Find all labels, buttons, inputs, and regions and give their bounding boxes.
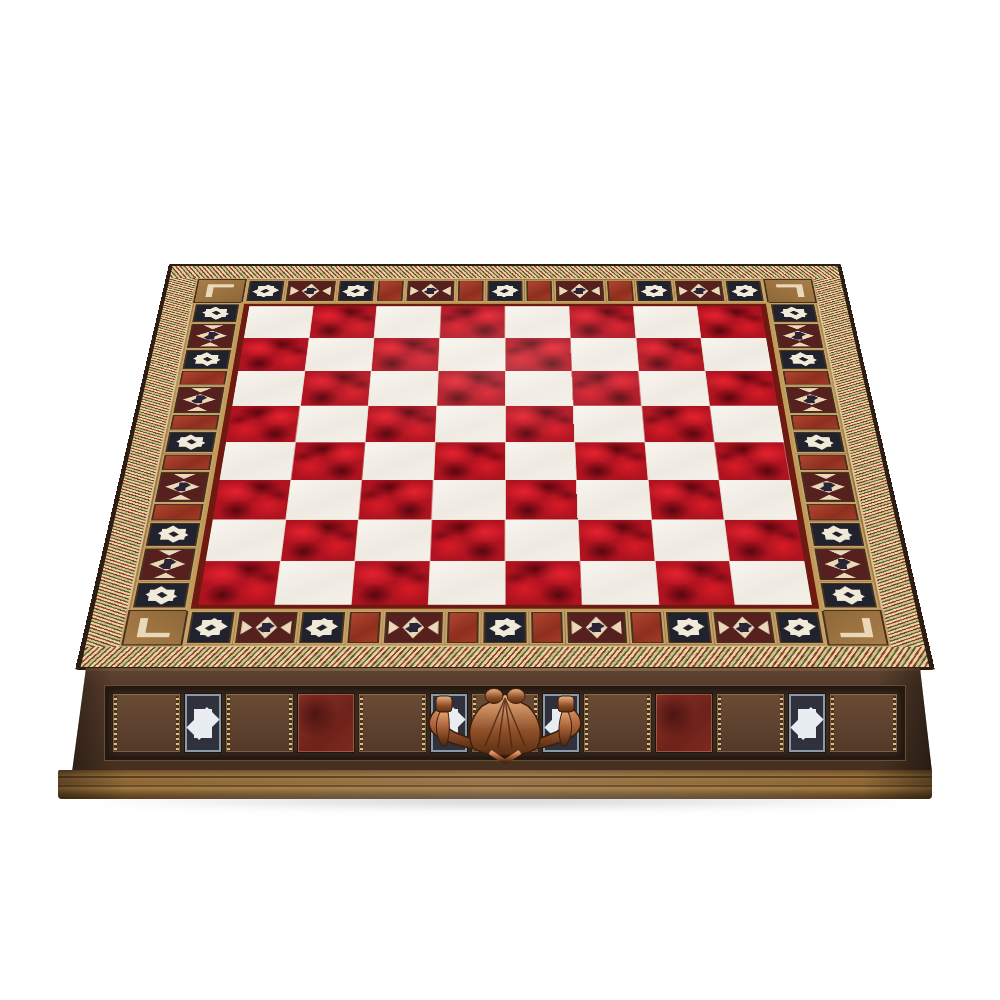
drawer-panel-star [184, 693, 222, 753]
board-square-f1 [580, 561, 658, 604]
star-motif [636, 281, 673, 302]
drawer-panel-wood [112, 693, 181, 753]
board-square-b7 [305, 338, 374, 371]
drawer-panel-wood [716, 693, 785, 753]
star-motif [246, 281, 284, 302]
board-square-f6 [572, 371, 641, 405]
board-square-c2 [356, 520, 432, 561]
handle-knob [507, 689, 525, 704]
red-motif [447, 612, 479, 643]
board-square-e8 [505, 306, 570, 337]
board-square-f2 [579, 520, 655, 561]
handle-post [436, 696, 452, 712]
corner-motif [121, 610, 188, 646]
star-motif [483, 612, 526, 643]
board-square-a4 [220, 442, 295, 479]
board-square-d4 [434, 442, 505, 479]
red-motif [170, 415, 220, 430]
red-motif [531, 612, 563, 643]
handle-side-drop [436, 712, 449, 746]
diamond-motif [674, 281, 724, 302]
diamond-motif [801, 472, 855, 501]
board-square-a5 [226, 406, 300, 442]
board-square-h8 [697, 306, 766, 337]
board-square-b5 [296, 406, 368, 442]
board-square-a1 [198, 561, 279, 604]
red-motif [607, 281, 634, 302]
star-motif [165, 432, 216, 452]
board-square-a3 [213, 480, 290, 519]
corner-motif [193, 279, 247, 303]
board-square-f7 [571, 338, 638, 371]
board-square-h3 [720, 480, 797, 519]
board-square-d8 [440, 306, 505, 337]
star-motif [665, 612, 711, 643]
board-square-g2 [652, 520, 730, 561]
board-square-d3 [432, 480, 504, 519]
drawer-panel-red [655, 693, 713, 753]
drop-shadow [95, 793, 905, 809]
board-square-c8 [375, 306, 441, 337]
corner-motif [821, 610, 888, 646]
board-square-c3 [359, 480, 433, 519]
star-motif [810, 523, 864, 546]
handle-post [558, 696, 574, 712]
star-motif [771, 304, 818, 321]
board-square-g7 [636, 338, 705, 371]
board-square-f4 [575, 442, 647, 479]
red-motif [791, 415, 841, 430]
board-square-e4 [505, 442, 576, 479]
board-square-e6 [505, 371, 572, 405]
board-square-h2 [725, 520, 804, 561]
product-photo-chessboard-box [0, 0, 1000, 1000]
drawer-panel-wood [829, 693, 898, 753]
board-top [75, 264, 935, 670]
board-square-e7 [505, 338, 571, 371]
board-square-c1 [352, 561, 430, 604]
red-motif [151, 504, 204, 520]
drawer-panel-star [788, 693, 826, 753]
diamond-motif [285, 281, 335, 302]
board-square-h6 [706, 371, 778, 405]
star-motif [133, 583, 190, 608]
diamond-motif [173, 386, 224, 412]
checkerboard [198, 306, 812, 604]
diamond-motif [774, 324, 823, 348]
board-square-d5 [436, 406, 505, 442]
stripe-band-bottom [81, 647, 930, 667]
red-motif [162, 455, 213, 470]
red-motif [179, 371, 227, 385]
board-square-c5 [366, 406, 436, 442]
red-motif [629, 612, 663, 643]
star-motif [187, 612, 235, 643]
board-square-f8 [569, 306, 635, 337]
red-motif [783, 371, 831, 385]
corner-motif [763, 279, 817, 303]
board-square-e2 [505, 520, 579, 561]
board-square-b4 [291, 442, 365, 479]
red-motif [347, 612, 381, 643]
mosaic-border-top [243, 279, 768, 303]
star-motif [146, 523, 200, 546]
stripe-band-top [170, 266, 841, 279]
board-square-b8 [309, 306, 376, 337]
board-square-d6 [437, 371, 504, 405]
handle-side-drop [559, 712, 572, 746]
board-square-h4 [715, 442, 790, 479]
board-square-g6 [639, 371, 709, 405]
drawer-panel-wood [225, 693, 294, 753]
board-square-c7 [372, 338, 439, 371]
board-square-a8 [244, 306, 313, 337]
board-square-b2 [281, 520, 359, 561]
diamond-motif [406, 281, 454, 302]
board-square-f5 [574, 406, 644, 442]
board-square-g5 [642, 406, 714, 442]
board-square-d7 [439, 338, 505, 371]
red-motif [526, 281, 552, 302]
red-motif [376, 281, 403, 302]
board-square-h1 [730, 561, 811, 604]
board-square-h5 [710, 406, 784, 442]
diamond-motif [814, 548, 871, 580]
board-square-a7 [238, 338, 308, 371]
star-motif [775, 612, 823, 643]
board-square-e3 [505, 480, 577, 519]
board-square-d1 [429, 561, 505, 604]
red-motif [798, 455, 849, 470]
diamond-motif [713, 612, 775, 643]
board-square-e1 [505, 561, 581, 604]
board-square-f3 [577, 480, 651, 519]
red-motif [806, 504, 859, 520]
diamond-motif [556, 281, 604, 302]
star-motif [794, 432, 845, 452]
diamond-motif [785, 386, 836, 412]
diamond-motif [155, 472, 209, 501]
star-motif [299, 612, 345, 643]
mosaic-border-bottom [182, 610, 827, 646]
board-square-h7 [702, 338, 772, 371]
board-square-d2 [431, 520, 505, 561]
board-square-e5 [505, 406, 574, 442]
board-square-g4 [645, 442, 719, 479]
star-motif [487, 281, 522, 302]
board-square-g1 [655, 561, 735, 604]
star-motif [779, 350, 828, 368]
handle-knob [485, 689, 503, 704]
star-motif [725, 281, 763, 302]
board-square-g8 [633, 306, 700, 337]
diamond-motif [139, 548, 196, 580]
diamond-motif [567, 612, 627, 643]
drawer-panel-red [297, 693, 355, 753]
diamond-motif [235, 612, 297, 643]
drawer-handle [410, 688, 600, 772]
board-square-a6 [232, 371, 304, 405]
board-square-b1 [275, 561, 355, 604]
board-square-a2 [206, 520, 285, 561]
red-motif [458, 281, 484, 302]
board-square-c6 [369, 371, 438, 405]
diamond-motif [383, 612, 443, 643]
star-motif [192, 304, 239, 321]
board-square-b3 [286, 480, 362, 519]
board-square-b6 [301, 371, 371, 405]
board-square-c4 [363, 442, 435, 479]
board-square-g3 [648, 480, 724, 519]
star-motif [820, 583, 877, 608]
diamond-motif [187, 324, 236, 348]
star-motif [337, 281, 374, 302]
star-motif [183, 350, 232, 368]
